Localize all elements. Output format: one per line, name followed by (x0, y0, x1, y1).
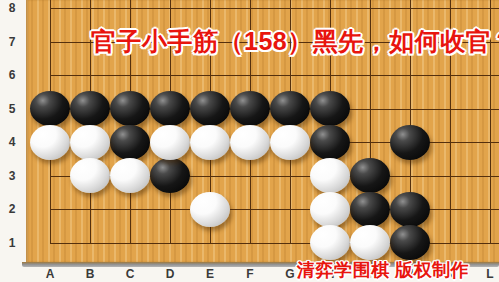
stone-white-H3 (310, 158, 350, 193)
stone-black-J1 (390, 225, 430, 260)
stone-white-C3 (110, 158, 150, 193)
go-app-screen: 87654321 ABCDEFGHIJKL 官子小手筋（158）黑先，如何收官？… (0, 0, 499, 282)
stone-black-D5 (150, 91, 190, 126)
stone-white-A4 (30, 125, 70, 160)
stone-black-F5 (230, 91, 270, 126)
col-label-C: C (126, 267, 135, 281)
stone-white-I1 (350, 225, 390, 260)
stone-black-I3 (350, 158, 390, 193)
stone-white-F4 (230, 125, 270, 160)
stone-black-J2 (390, 192, 430, 227)
row-label-3: 3 (9, 169, 16, 183)
stone-black-G5 (270, 91, 310, 126)
col-label-F: F (246, 267, 253, 281)
stone-white-H1 (310, 225, 350, 260)
grid-hline-2 (50, 209, 499, 210)
stone-black-H4 (310, 125, 350, 160)
col-label-B: B (86, 267, 95, 281)
stone-black-D3 (150, 158, 190, 193)
stone-black-A5 (30, 91, 70, 126)
stone-black-J4 (390, 125, 430, 160)
puzzle-title: 官子小手筋（158）黑先，如何收官？ (91, 27, 499, 56)
col-label-A: A (46, 267, 55, 281)
row-label-6: 6 (9, 68, 16, 82)
row-label-7: 7 (9, 35, 16, 49)
stone-black-I2 (350, 192, 390, 227)
col-label-G: G (285, 267, 294, 281)
row-label-1: 1 (9, 236, 16, 250)
stone-black-H5 (310, 91, 350, 126)
stone-white-B3 (70, 158, 110, 193)
stone-black-C4 (110, 125, 150, 160)
grid-hline-8 (50, 8, 499, 9)
row-label-5: 5 (9, 102, 16, 116)
stone-black-C5 (110, 91, 150, 126)
col-label-L: L (486, 267, 493, 281)
stone-white-B4 (70, 125, 110, 160)
stone-white-D4 (150, 125, 190, 160)
row-label-4: 4 (9, 135, 16, 149)
grid-hline-6 (50, 75, 499, 76)
row-label-2: 2 (9, 202, 16, 216)
stone-white-H2 (310, 192, 350, 227)
stone-black-E5 (190, 91, 230, 126)
row-label-8: 8 (9, 1, 16, 15)
stone-black-B5 (70, 91, 110, 126)
stone-white-G4 (270, 125, 310, 160)
stone-white-E2 (190, 192, 230, 227)
col-label-E: E (206, 267, 214, 281)
grid-hline-1 (50, 243, 499, 244)
watermark-text: 清弈学围棋 版权制作 (297, 261, 469, 280)
col-label-D: D (166, 267, 175, 281)
stone-white-E4 (190, 125, 230, 160)
